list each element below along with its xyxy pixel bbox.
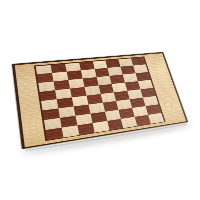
- square-h1[interactable]: [148, 113, 164, 124]
- playfield-frame: [34, 56, 166, 141]
- board-3d-wrapper: [12, 52, 188, 149]
- product-photo: [0, 0, 200, 200]
- chessboard: [12, 52, 188, 149]
- square-b1[interactable]: [62, 125, 80, 137]
- square-a1[interactable]: [45, 127, 63, 140]
